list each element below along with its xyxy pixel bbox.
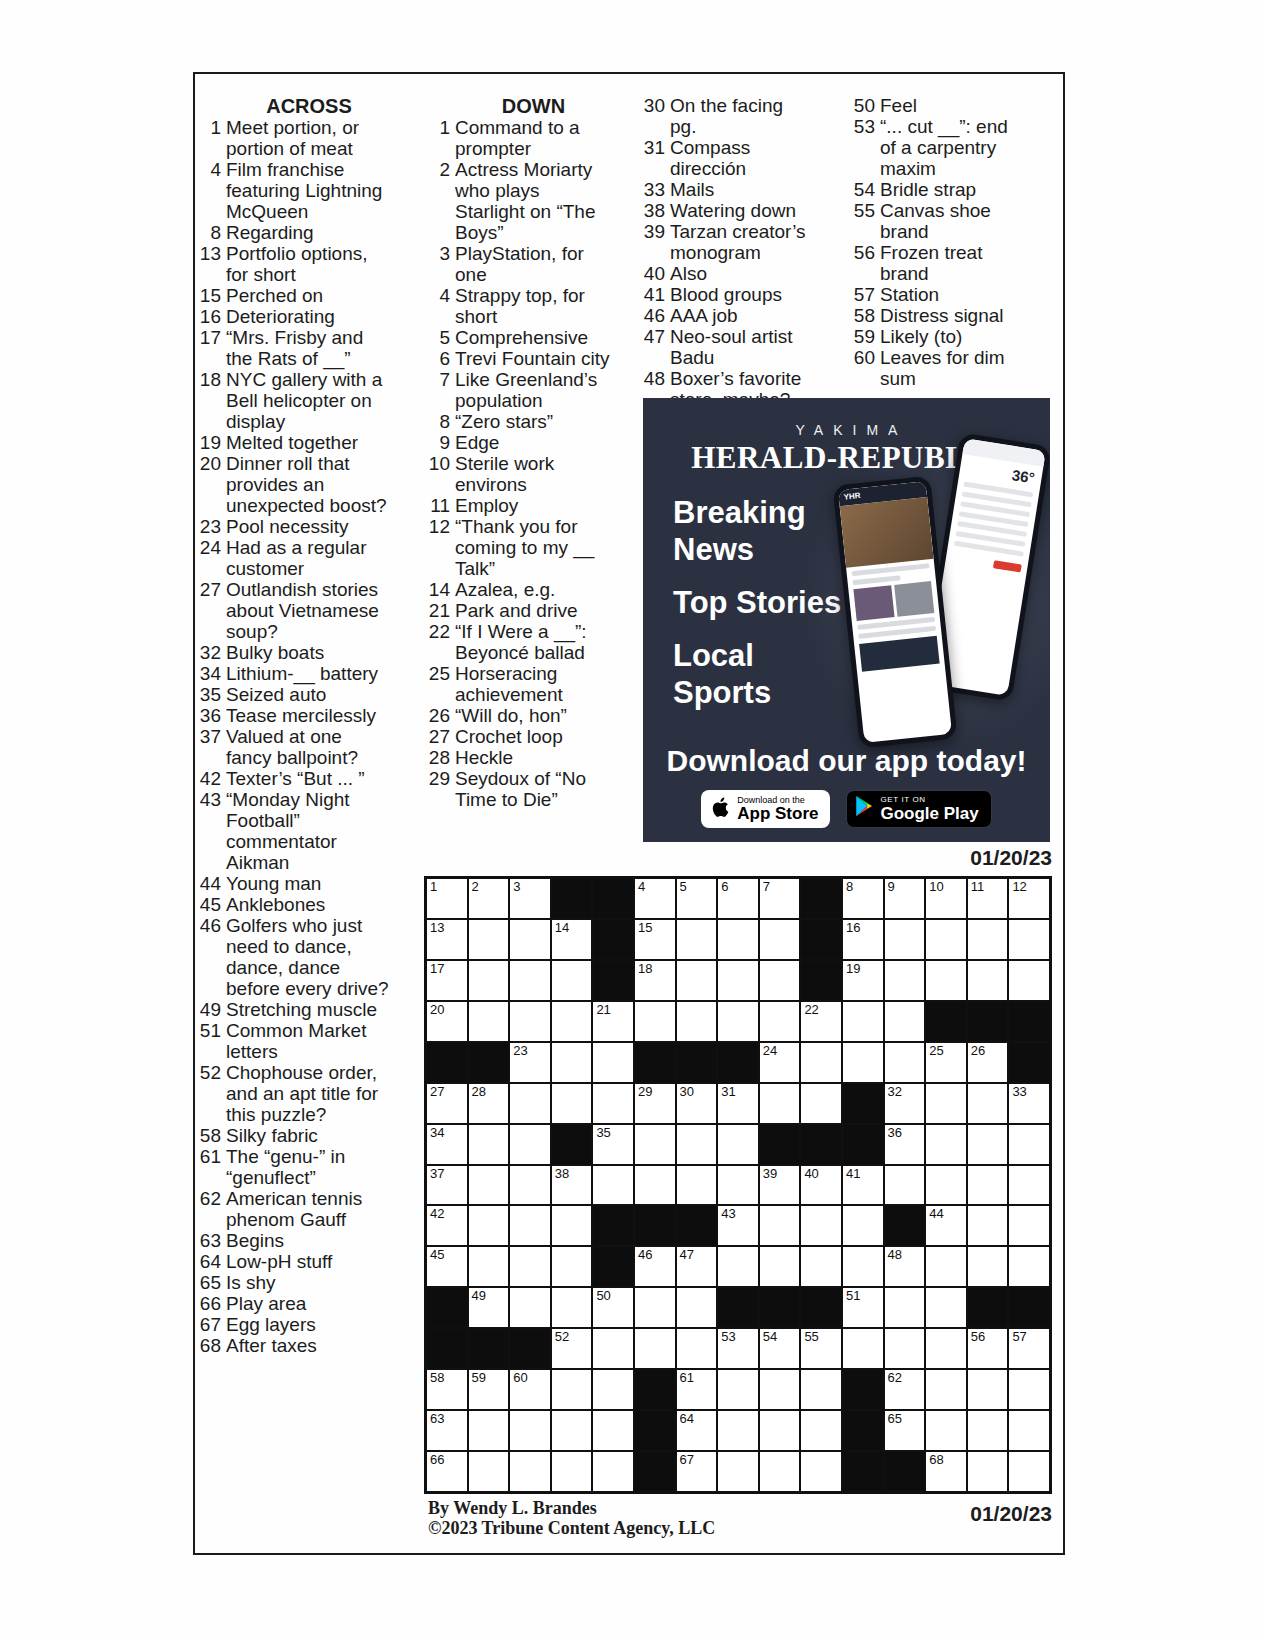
clue-text: Mails — [670, 179, 813, 200]
clue-across-27: 27Outlandish stories about Vietnamese so… — [195, 579, 392, 642]
clue-down-3: 3PlayStation, for one — [424, 243, 612, 285]
cell-number: 56 — [971, 1330, 985, 1343]
clue-number: 55 — [849, 200, 875, 242]
grid-cell-r2c5 — [593, 920, 633, 959]
grid-cell-r3c12[interactable] — [885, 961, 925, 1000]
grid-cell-r4c6[interactable] — [635, 1002, 675, 1041]
grid-cell-r10c6[interactable]: 46 — [635, 1247, 675, 1286]
grid-cell-r13c9[interactable] — [760, 1370, 800, 1409]
grid-cell-r3c11[interactable]: 19 — [843, 961, 883, 1000]
grid-cell-r5c9[interactable]: 24 — [760, 1043, 800, 1082]
clue-text: Blood groups — [670, 284, 813, 305]
grid-cell-r3c3[interactable] — [510, 961, 550, 1000]
grid-cell-r7c2[interactable] — [469, 1125, 509, 1164]
grid-cell-r7c1[interactable]: 34 — [427, 1125, 467, 1164]
cell-number: 22 — [804, 1003, 818, 1016]
grid-cell-r15c4[interactable] — [552, 1452, 592, 1491]
clue-number: 10 — [424, 453, 450, 495]
cell-number: 7 — [763, 880, 770, 893]
clue-across-52: 52Chophouse order, and an apt title for … — [195, 1062, 392, 1125]
grid-cell-r4c11[interactable] — [843, 1002, 883, 1041]
grid-cell-r13c5[interactable] — [593, 1370, 633, 1409]
grid-cell-r13c11 — [843, 1370, 883, 1409]
grid-cell-r10c8[interactable] — [718, 1247, 758, 1286]
grid-cell-r8c13[interactable] — [926, 1166, 966, 1205]
clue-across-58: 58Silky fabric — [195, 1125, 392, 1146]
clue-down-40: 40Also — [639, 263, 813, 284]
grid-cell-r14c4[interactable] — [552, 1411, 592, 1450]
cell-number: 20 — [430, 1003, 444, 1016]
clue-down-58: 58Distress signal — [849, 305, 1015, 326]
grid-cell-r11c4[interactable] — [552, 1288, 592, 1327]
clue-down-33: 33Mails — [639, 179, 813, 200]
grid-cell-r13c10[interactable] — [801, 1370, 841, 1409]
grid-cell-r14c1[interactable]: 63 — [427, 1411, 467, 1450]
grid-cell-r3c7[interactable] — [677, 961, 717, 1000]
grid-cell-r10c13[interactable] — [926, 1247, 966, 1286]
grid-cell-r11c6[interactable] — [635, 1288, 675, 1327]
grid-cell-r8c9[interactable]: 39 — [760, 1166, 800, 1205]
clue-number: 65 — [195, 1272, 221, 1293]
store-badges: Download on the App Store GET IT ON Goog… — [643, 790, 1050, 828]
clue-text: Meet portion, or portion of meat — [226, 117, 392, 159]
clue-text: Watering down — [670, 200, 813, 221]
grid-cell-r6c14[interactable] — [968, 1084, 1008, 1123]
clue-down-22: 22“If I Were a __”: Beyoncé ballad — [424, 621, 612, 663]
grid-cell-r3c4[interactable] — [552, 961, 592, 1000]
clue-number: 38 — [639, 200, 665, 221]
clue-down-30: 30On the facing pg. — [639, 95, 813, 137]
grid-cell-r15c13[interactable]: 68 — [926, 1452, 966, 1491]
grid-cell-r15c15[interactable] — [1009, 1452, 1049, 1491]
grid-cell-r10c10[interactable] — [801, 1247, 841, 1286]
clue-text: Stretching muscle — [226, 999, 392, 1020]
grid-cell-r5c3[interactable]: 23 — [510, 1043, 550, 1082]
cell-number: 4 — [638, 880, 645, 893]
weather-alert-badge — [993, 560, 1022, 572]
clue-across-61: 61The “genu-” in “genuflect” — [195, 1146, 392, 1188]
grid-cell-r14c10[interactable] — [801, 1411, 841, 1450]
cell-number: 12 — [1012, 880, 1026, 893]
clue-across-23: 23Pool necessity — [195, 516, 392, 537]
grid-cell-r10c11[interactable] — [843, 1247, 883, 1286]
grid-cell-r6c6[interactable]: 29 — [635, 1084, 675, 1123]
grid-cell-r13c15[interactable] — [1009, 1370, 1049, 1409]
grid-cell-r12c6[interactable] — [635, 1329, 675, 1368]
grid-cell-r8c1[interactable]: 37 — [427, 1166, 467, 1205]
grid-cell-r4c8[interactable] — [718, 1002, 758, 1041]
clue-across-68: 68After taxes — [195, 1335, 392, 1356]
cell-number: 19 — [846, 962, 860, 975]
clue-number: 28 — [424, 747, 450, 768]
grid-cell-r14c15[interactable] — [1009, 1411, 1049, 1450]
grid-cell-r2c9[interactable] — [760, 920, 800, 959]
clue-number: 5 — [424, 327, 450, 348]
grid-cell-r3c2[interactable] — [469, 961, 509, 1000]
grid-cell-r3c8[interactable] — [718, 961, 758, 1000]
cell-number: 18 — [638, 962, 652, 975]
clue-number: 43 — [195, 789, 221, 873]
grid-cell-r12c14[interactable]: 56 — [968, 1329, 1008, 1368]
grid-cell-r2c12[interactable] — [885, 920, 925, 959]
grid-cell-r4c12[interactable] — [885, 1002, 925, 1041]
grid-cell-r10c2[interactable] — [469, 1247, 509, 1286]
grid-cell-r14c7[interactable]: 64 — [677, 1411, 717, 1450]
grid-cell-r9c4[interactable] — [552, 1206, 592, 1245]
grid-cell-r1c15[interactable]: 12 — [1009, 879, 1049, 918]
grid-cell-r2c15[interactable] — [1009, 920, 1049, 959]
grid-cell-r9c5 — [593, 1206, 633, 1245]
grid-cell-r5c14[interactable]: 26 — [968, 1043, 1008, 1082]
grid-cell-r6c10[interactable] — [801, 1084, 841, 1123]
grid-cell-r8c10[interactable]: 40 — [801, 1166, 841, 1205]
grid-cell-r15c8[interactable] — [718, 1452, 758, 1491]
clue-across-34: 34Lithium-__ battery — [195, 663, 392, 684]
grid-cell-r6c4[interactable] — [552, 1084, 592, 1123]
grid-cell-r10c14[interactable] — [968, 1247, 1008, 1286]
clue-down-9: 9Edge — [424, 432, 612, 453]
clue-text: Tarzan creator’s monogram — [670, 221, 813, 263]
cell-number: 57 — [1012, 1330, 1026, 1343]
cell-number: 43 — [721, 1207, 735, 1220]
grid-cell-r1c11[interactable]: 8 — [843, 879, 883, 918]
grid-cell-r2c6[interactable]: 15 — [635, 920, 675, 959]
grid-cell-r3c9[interactable] — [760, 961, 800, 1000]
clue-down-6: 6Trevi Fountain city — [424, 348, 612, 369]
cell-number: 68 — [929, 1453, 943, 1466]
grid-cell-r8c4[interactable]: 38 — [552, 1166, 592, 1205]
clue-down-8: 8“Zero stars” — [424, 411, 612, 432]
grid-cell-r9c11[interactable] — [843, 1206, 883, 1245]
cell-number: 3 — [513, 880, 520, 893]
grid-cell-r6c3[interactable] — [510, 1084, 550, 1123]
clue-number: 51 — [195, 1020, 221, 1062]
grid-cell-r15c14[interactable] — [968, 1452, 1008, 1491]
grid-cell-r11c2[interactable]: 49 — [469, 1288, 509, 1327]
grid-cell-r12c11[interactable] — [843, 1329, 883, 1368]
grid-cell-r14c3[interactable] — [510, 1411, 550, 1450]
grid-cell-r2c1[interactable]: 13 — [427, 920, 467, 959]
grid-cell-r4c7[interactable] — [677, 1002, 717, 1041]
clue-number: 46 — [195, 915, 221, 999]
grid-cell-r2c13[interactable] — [926, 920, 966, 959]
cell-number: 63 — [430, 1412, 444, 1425]
grid-cell-r8c14[interactable] — [968, 1166, 1008, 1205]
grid-cell-r14c5[interactable] — [593, 1411, 633, 1450]
grid-cell-r5c5[interactable] — [593, 1043, 633, 1082]
clue-number: 44 — [195, 873, 221, 894]
grid-cell-r2c4[interactable]: 14 — [552, 920, 592, 959]
grid-cell-r7c6[interactable] — [635, 1125, 675, 1164]
grid-cell-r1c13[interactable]: 10 — [926, 879, 966, 918]
clue-text: Valued at one fancy ballpoint? — [226, 726, 392, 768]
clue-text: Texter’s “But ... ” — [226, 768, 392, 789]
grid-cell-r10c5 — [593, 1247, 633, 1286]
clue-text: “Will do, hon” — [455, 705, 612, 726]
grid-cell-r10c7[interactable]: 47 — [677, 1247, 717, 1286]
clue-number: 62 — [195, 1188, 221, 1230]
grid-cell-r1c3[interactable]: 3 — [510, 879, 550, 918]
grid-cell-r13c14[interactable] — [968, 1370, 1008, 1409]
grid-cell-r6c8[interactable]: 31 — [718, 1084, 758, 1123]
cell-number: 51 — [846, 1289, 860, 1302]
cell-number: 27 — [430, 1085, 444, 1098]
grid-cell-r12c10[interactable]: 55 — [801, 1329, 841, 1368]
news-text-line — [852, 575, 901, 585]
grid-cell-r15c3[interactable] — [510, 1452, 550, 1491]
cell-number: 61 — [680, 1371, 694, 1384]
grid-cell-r8c6[interactable] — [635, 1166, 675, 1205]
clue-across-67: 67Egg layers — [195, 1314, 392, 1335]
cell-number: 67 — [680, 1453, 694, 1466]
clue-across-66: 66Play area — [195, 1293, 392, 1314]
grid-cell-r8c3[interactable] — [510, 1166, 550, 1205]
grid-cell-r11c3[interactable] — [510, 1288, 550, 1327]
grid-cell-r14c8[interactable] — [718, 1411, 758, 1450]
grid-cell-r11c8 — [718, 1288, 758, 1327]
grid-cell-r1c8[interactable]: 6 — [718, 879, 758, 918]
clue-number: 23 — [195, 516, 221, 537]
cell-number: 36 — [888, 1126, 902, 1139]
app-store-badge[interactable]: Download on the App Store — [701, 790, 830, 828]
news-hero-image — [840, 497, 934, 568]
grid-cell-r15c7[interactable]: 67 — [677, 1452, 717, 1491]
grid-cell-r4c4[interactable] — [552, 1002, 592, 1041]
grid-cell-r2c2[interactable] — [469, 920, 509, 959]
grid-cell-r6c2[interactable]: 28 — [469, 1084, 509, 1123]
clue-number: 64 — [195, 1251, 221, 1272]
clue-across-37: 37Valued at one fancy ballpoint? — [195, 726, 392, 768]
grid-cell-r12c4[interactable]: 52 — [552, 1329, 592, 1368]
grid-cell-r13c6 — [635, 1370, 675, 1409]
grid-cell-r15c2[interactable] — [469, 1452, 509, 1491]
grid-cell-r5c12[interactable] — [885, 1043, 925, 1082]
grid-cell-r3c15[interactable] — [1009, 961, 1049, 1000]
phone-mockups: 36° YHR — [844, 436, 1044, 771]
grid-cell-r1c9[interactable]: 7 — [760, 879, 800, 918]
grid-cell-r13c2[interactable]: 59 — [469, 1370, 509, 1409]
grid-cell-r6c7[interactable]: 30 — [677, 1084, 717, 1123]
grid-cell-r3c1[interactable]: 17 — [427, 961, 467, 1000]
grid-cell-r1c12[interactable]: 9 — [885, 879, 925, 918]
grid-cell-r12c9[interactable]: 54 — [760, 1329, 800, 1368]
grid-cell-r2c3[interactable] — [510, 920, 550, 959]
grid-cell-r13c4[interactable] — [552, 1370, 592, 1409]
clue-number: 31 — [639, 137, 665, 179]
grid-cell-r1c14[interactable]: 11 — [968, 879, 1008, 918]
grid-cell-r3c13[interactable] — [926, 961, 966, 1000]
grid-cell-r11c5[interactable]: 50 — [593, 1288, 633, 1327]
grid-cell-r10c15[interactable] — [1009, 1247, 1049, 1286]
grid-cell-r8c11[interactable]: 41 — [843, 1166, 883, 1205]
grid-cell-r12c2 — [469, 1329, 509, 1368]
clue-number: 21 — [424, 600, 450, 621]
down-clue-list-3: 50Feel53“... cut __”: end of a carpentry… — [849, 95, 1015, 389]
grid-cell-r9c1[interactable]: 42 — [427, 1206, 467, 1245]
grid-cell-r3c6[interactable]: 18 — [635, 961, 675, 1000]
clue-text: Frozen treat brand — [880, 242, 1015, 284]
grid-cell-r9c8[interactable]: 43 — [718, 1206, 758, 1245]
clue-across-44: 44Young man — [195, 873, 392, 894]
grid-cell-r12c7[interactable] — [677, 1329, 717, 1368]
grid-cell-r4c1[interactable]: 20 — [427, 1002, 467, 1041]
grid-cell-r12c8[interactable]: 53 — [718, 1329, 758, 1368]
clue-across-13: 13Portfolio options, for short — [195, 243, 392, 285]
grid-cell-r8c5[interactable] — [593, 1166, 633, 1205]
down-clue-list-2: 30On the facing pg.31Compass dirección33… — [639, 95, 813, 410]
grid-cell-r13c8[interactable] — [718, 1370, 758, 1409]
grid-cell-r8c15[interactable] — [1009, 1166, 1049, 1205]
grid-cell-r13c13[interactable] — [926, 1370, 966, 1409]
grid-cell-r10c12[interactable]: 48 — [885, 1247, 925, 1286]
grid-cell-r8c2[interactable] — [469, 1166, 509, 1205]
clue-across-18: 18NYC gallery with a Bell helicopter on … — [195, 369, 392, 432]
grid-cell-r9c14[interactable] — [968, 1206, 1008, 1245]
cell-number: 50 — [596, 1289, 610, 1302]
grid-cell-r9c9[interactable] — [760, 1206, 800, 1245]
clue-number: 56 — [849, 242, 875, 284]
grid-cell-r1c2[interactable]: 2 — [469, 879, 509, 918]
clue-text: Feel — [880, 95, 1015, 116]
grid-cell-r7c5[interactable]: 35 — [593, 1125, 633, 1164]
grid-cell-r11c11[interactable]: 51 — [843, 1288, 883, 1327]
clue-text: Chophouse order, and an apt title for th… — [226, 1062, 392, 1125]
grid-cell-r9c3[interactable] — [510, 1206, 550, 1245]
grid-cell-r2c7[interactable] — [677, 920, 717, 959]
grid-cell-r2c10 — [801, 920, 841, 959]
grid-cell-r14c2[interactable] — [469, 1411, 509, 1450]
clue-text: Station — [880, 284, 1015, 305]
grid-cell-r7c14[interactable] — [968, 1125, 1008, 1164]
grid-cell-r6c1[interactable]: 27 — [427, 1084, 467, 1123]
clue-across-45: 45Anklebones — [195, 894, 392, 915]
cell-number: 24 — [763, 1044, 777, 1057]
grid-cell-r5c13[interactable]: 25 — [926, 1043, 966, 1082]
grid-cell-r4c5[interactable]: 21 — [593, 1002, 633, 1041]
grid-cell-r8c7[interactable] — [677, 1166, 717, 1205]
grid-cell-r12c12[interactable] — [885, 1329, 925, 1368]
grid-cell-r6c12[interactable]: 32 — [885, 1084, 925, 1123]
clue-text: Seized auto — [226, 684, 392, 705]
grid-cell-r6c5[interactable] — [593, 1084, 633, 1123]
google-play-badge[interactable]: GET IT ON Google Play — [846, 790, 991, 828]
grid-cell-r7c9 — [760, 1125, 800, 1164]
cell-number: 55 — [804, 1330, 818, 1343]
grid-cell-r10c3[interactable] — [510, 1247, 550, 1286]
grid-cell-r8c8[interactable] — [718, 1166, 758, 1205]
grid-cell-r1c1[interactable]: 1 — [427, 879, 467, 918]
grid-cell-r11c14 — [968, 1288, 1008, 1327]
grid-cell-r7c12[interactable]: 36 — [885, 1125, 925, 1164]
grid-cell-r14c13[interactable] — [926, 1411, 966, 1450]
grid-cell-r9c15[interactable] — [1009, 1206, 1049, 1245]
down-clues-column-1: DOWN 1Command to a prompter2Actress Mori… — [424, 95, 612, 810]
grid-cell-r11c13[interactable] — [926, 1288, 966, 1327]
grid-cell-r9c2[interactable] — [469, 1206, 509, 1245]
grid-cell-r9c13[interactable]: 44 — [926, 1206, 966, 1245]
grid-cell-r6c9[interactable] — [760, 1084, 800, 1123]
grid-cell-r15c5[interactable] — [593, 1452, 633, 1491]
clue-text: Anklebones — [226, 894, 392, 915]
grid-cell-r1c7[interactable]: 5 — [677, 879, 717, 918]
grid-cell-r13c12[interactable]: 62 — [885, 1370, 925, 1409]
clue-down-21: 21Park and drive — [424, 600, 612, 621]
clue-down-26: 26“Will do, hon” — [424, 705, 612, 726]
clue-number: 53 — [849, 116, 875, 179]
grid-cell-r13c1[interactable]: 58 — [427, 1370, 467, 1409]
grid-cell-r10c1[interactable]: 45 — [427, 1247, 467, 1286]
grid-cell-r5c4[interactable] — [552, 1043, 592, 1082]
grid-cell-r7c3[interactable] — [510, 1125, 550, 1164]
clue-text: Compass dirección — [670, 137, 813, 179]
grid-cell-r14c12[interactable]: 65 — [885, 1411, 925, 1450]
grid-cell-r11c1 — [427, 1288, 467, 1327]
clue-number: 27 — [424, 726, 450, 747]
grid-cell-r11c12[interactable] — [885, 1288, 925, 1327]
grid-cell-r2c14[interactable] — [968, 920, 1008, 959]
clue-down-55: 55Canvas shoe brand — [849, 200, 1015, 242]
grid-cell-r7c8[interactable] — [718, 1125, 758, 1164]
grid-cell-r12c13[interactable] — [926, 1329, 966, 1368]
grid-cell-r7c15[interactable] — [1009, 1125, 1049, 1164]
grid-cell-r2c8[interactable] — [718, 920, 758, 959]
grid-cell-r6c15[interactable]: 33 — [1009, 1084, 1049, 1123]
cell-number: 39 — [763, 1167, 777, 1180]
grid-cell-r10c4[interactable] — [552, 1247, 592, 1286]
grid-cell-r15c1[interactable]: 66 — [427, 1452, 467, 1491]
grid-cell-r13c7[interactable]: 61 — [677, 1370, 717, 1409]
grid-cell-r10c9[interactable] — [760, 1247, 800, 1286]
grid-cell-r15c10[interactable] — [801, 1452, 841, 1491]
clue-text: Tease mercilessly — [226, 705, 392, 726]
clue-number: 9 — [424, 432, 450, 453]
grid-cell-r5c11[interactable] — [843, 1043, 883, 1082]
grid-cell-r2c11[interactable]: 16 — [843, 920, 883, 959]
grid-cell-r11c7[interactable] — [677, 1288, 717, 1327]
grid-cell-r7c13[interactable] — [926, 1125, 966, 1164]
grid-cell-r4c9[interactable] — [760, 1002, 800, 1041]
grid-cell-r8c12[interactable] — [885, 1166, 925, 1205]
grid-cell-r15c9[interactable] — [760, 1452, 800, 1491]
cell-number: 17 — [430, 962, 444, 975]
grid-cell-r14c6 — [635, 1411, 675, 1450]
grid-cell-r7c7[interactable] — [677, 1125, 717, 1164]
grid-cell-r4c10[interactable]: 22 — [801, 1002, 841, 1041]
grid-cell-r1c6[interactable]: 4 — [635, 879, 675, 918]
grid-cell-r6c13[interactable] — [926, 1084, 966, 1123]
grid-cell-r9c10[interactable] — [801, 1206, 841, 1245]
clue-text: Like Greenland’s population — [455, 369, 612, 411]
clue-text: Sterile work environs — [455, 453, 612, 495]
ad-call-to-action: Download our app today! — [643, 744, 1050, 778]
puzzle-date-top: 01/20/23 — [852, 846, 1052, 870]
clue-number: 17 — [195, 327, 221, 369]
clue-text: Play area — [226, 1293, 392, 1314]
grid-cell-r14c9[interactable] — [760, 1411, 800, 1450]
clue-text: Outlandish stories about Vietnamese soup… — [226, 579, 392, 642]
clue-down-50: 50Feel — [849, 95, 1015, 116]
grid-cell-r12c5[interactable] — [593, 1329, 633, 1368]
cell-number: 25 — [929, 1044, 943, 1057]
grid-cell-r4c3[interactable] — [510, 1002, 550, 1041]
grid-cell-r4c2[interactable] — [469, 1002, 509, 1041]
grid-cell-r13c3[interactable]: 60 — [510, 1370, 550, 1409]
grid-cell-r5c10[interactable] — [801, 1043, 841, 1082]
grid-cell-r3c14[interactable] — [968, 961, 1008, 1000]
grid-cell-r12c15[interactable]: 57 — [1009, 1329, 1049, 1368]
clue-text: NYC gallery with a Bell helicopter on di… — [226, 369, 392, 432]
grid-cell-r14c14[interactable] — [968, 1411, 1008, 1450]
